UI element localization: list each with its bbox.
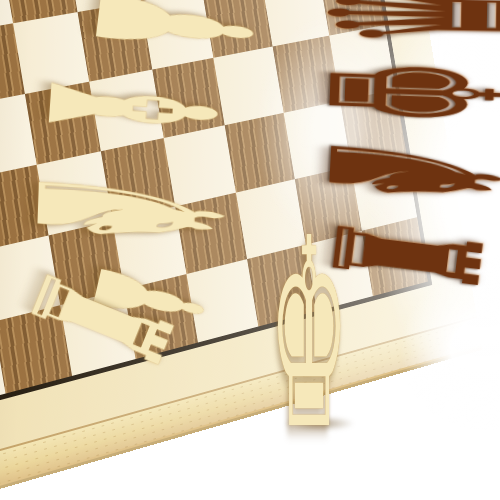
- white-pawn-lying-piece: ♟: [89, 0, 256, 66]
- white-king-standing-piece: ♚: [269, 237, 349, 433]
- dark-rook-lying-piece: ♜: [326, 213, 483, 297]
- dark-king-lying-piece: ♚: [322, 57, 500, 127]
- white-knight-lying-piece: ♞: [30, 168, 225, 253]
- scene-photo: ♟♝♞♟♜♛♚♞♜♚: [0, 0, 500, 500]
- dark-queen-lying-piece: ♛: [329, 0, 500, 48]
- white-bishop-lying-piece: ♝: [41, 64, 218, 152]
- pieces-layer: ♟♝♞♟♜♛♚♞♜♚: [0, 0, 500, 500]
